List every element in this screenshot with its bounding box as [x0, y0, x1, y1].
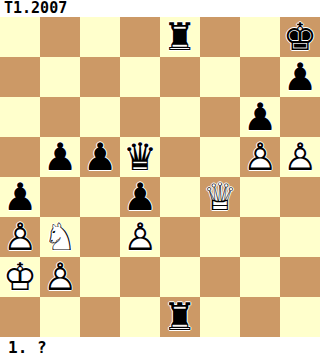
square-e6[interactable]	[160, 97, 200, 137]
square-f4[interactable]: ♛♕	[200, 177, 240, 217]
square-f5[interactable]	[200, 137, 240, 177]
black-pawn[interactable]: ♟	[0, 177, 40, 217]
square-f6[interactable]	[200, 97, 240, 137]
white-queen[interactable]: ♛♕	[200, 177, 240, 217]
chess-board: ♜♚♟♟♟♟♛♟♙♟♙♟♟♛♕♟♙♞♘♟♙♚♔♟♙♜	[0, 17, 320, 337]
square-a5[interactable]	[0, 137, 40, 177]
square-b5[interactable]: ♟	[40, 137, 80, 177]
white-pawn-outline: ♙	[240, 137, 280, 177]
square-h6[interactable]	[280, 97, 320, 137]
square-h3[interactable]	[280, 217, 320, 257]
square-a2[interactable]: ♚♔	[0, 257, 40, 297]
square-e4[interactable]	[160, 177, 200, 217]
white-king[interactable]: ♚♔	[0, 257, 40, 297]
square-g5[interactable]: ♟♙	[240, 137, 280, 177]
square-f8[interactable]	[200, 17, 240, 57]
square-g7[interactable]	[240, 57, 280, 97]
square-h4[interactable]	[280, 177, 320, 217]
square-a6[interactable]	[0, 97, 40, 137]
square-e1[interactable]: ♜	[160, 297, 200, 337]
square-a3[interactable]: ♟♙	[0, 217, 40, 257]
square-d2[interactable]	[120, 257, 160, 297]
square-e5[interactable]	[160, 137, 200, 177]
square-b6[interactable]	[40, 97, 80, 137]
square-e3[interactable]	[160, 217, 200, 257]
move-prompt: 1. ?	[0, 337, 320, 360]
square-g4[interactable]	[240, 177, 280, 217]
square-c6[interactable]	[80, 97, 120, 137]
square-h1[interactable]	[280, 297, 320, 337]
square-g2[interactable]	[240, 257, 280, 297]
square-c1[interactable]	[80, 297, 120, 337]
black-pawn[interactable]: ♟	[280, 57, 320, 97]
square-b8[interactable]	[40, 17, 80, 57]
square-b4[interactable]	[40, 177, 80, 217]
puzzle-title: T1.2007	[0, 0, 320, 17]
square-a4[interactable]: ♟	[0, 177, 40, 217]
square-d1[interactable]	[120, 297, 160, 337]
square-f2[interactable]	[200, 257, 240, 297]
white-pawn[interactable]: ♟♙	[280, 137, 320, 177]
black-pawn[interactable]: ♟	[40, 137, 80, 177]
square-c5[interactable]: ♟	[80, 137, 120, 177]
black-king[interactable]: ♚	[280, 17, 320, 57]
square-b2[interactable]: ♟♙	[40, 257, 80, 297]
square-f3[interactable]	[200, 217, 240, 257]
square-a7[interactable]	[0, 57, 40, 97]
square-a8[interactable]	[0, 17, 40, 57]
white-pawn[interactable]: ♟♙	[0, 217, 40, 257]
black-rook[interactable]: ♜	[160, 297, 200, 337]
white-pawn-outline: ♙	[40, 257, 80, 297]
black-queen[interactable]: ♛	[120, 137, 160, 177]
white-pawn[interactable]: ♟♙	[40, 257, 80, 297]
white-pawn-outline: ♙	[280, 137, 320, 177]
square-g3[interactable]	[240, 217, 280, 257]
square-f7[interactable]	[200, 57, 240, 97]
square-h7[interactable]: ♟	[280, 57, 320, 97]
black-rook[interactable]: ♜	[160, 17, 200, 57]
square-h5[interactable]: ♟♙	[280, 137, 320, 177]
black-pawn[interactable]: ♟	[240, 97, 280, 137]
square-e2[interactable]	[160, 257, 200, 297]
square-c2[interactable]	[80, 257, 120, 297]
square-h2[interactable]	[280, 257, 320, 297]
square-d4[interactable]: ♟	[120, 177, 160, 217]
white-king-outline: ♔	[0, 257, 40, 297]
square-e8[interactable]: ♜	[160, 17, 200, 57]
square-d7[interactable]	[120, 57, 160, 97]
square-f1[interactable]	[200, 297, 240, 337]
square-b7[interactable]	[40, 57, 80, 97]
square-d8[interactable]	[120, 17, 160, 57]
square-d6[interactable]	[120, 97, 160, 137]
square-a1[interactable]	[0, 297, 40, 337]
square-g1[interactable]	[240, 297, 280, 337]
chess-puzzle-window: T1.2007 ♜♚♟♟♟♟♛♟♙♟♙♟♟♛♕♟♙♞♘♟♙♚♔♟♙♜ 1. ?	[0, 0, 320, 360]
square-c3[interactable]	[80, 217, 120, 257]
white-pawn-outline: ♙	[120, 217, 160, 257]
white-queen-outline: ♕	[200, 177, 240, 217]
square-c7[interactable]	[80, 57, 120, 97]
white-pawn[interactable]: ♟♙	[240, 137, 280, 177]
white-pawn-outline: ♙	[0, 217, 40, 257]
square-e7[interactable]	[160, 57, 200, 97]
black-pawn[interactable]: ♟	[120, 177, 160, 217]
black-pawn[interactable]: ♟	[80, 137, 120, 177]
square-g8[interactable]	[240, 17, 280, 57]
square-c8[interactable]	[80, 17, 120, 57]
square-g6[interactable]: ♟	[240, 97, 280, 137]
white-pawn[interactable]: ♟♙	[120, 217, 160, 257]
white-knight[interactable]: ♞♘	[40, 217, 80, 257]
square-b3[interactable]: ♞♘	[40, 217, 80, 257]
square-b1[interactable]	[40, 297, 80, 337]
square-c4[interactable]	[80, 177, 120, 217]
square-d5[interactable]: ♛	[120, 137, 160, 177]
square-d3[interactable]: ♟♙	[120, 217, 160, 257]
square-h8[interactable]: ♚	[280, 17, 320, 57]
white-knight-outline: ♘	[40, 217, 80, 257]
